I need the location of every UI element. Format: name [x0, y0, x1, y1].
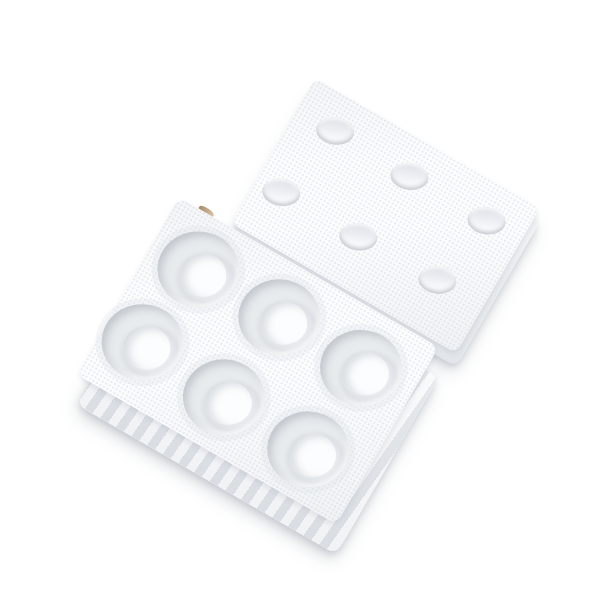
cavity-floor — [179, 253, 227, 298]
vent-hole — [466, 205, 507, 237]
vent-hole — [417, 264, 458, 296]
cavity-floor — [123, 326, 171, 371]
bottle-cavity — [100, 303, 185, 382]
vent-hole — [314, 115, 355, 147]
photo-stage — [0, 0, 615, 596]
vent-hole — [261, 176, 302, 208]
vent-hole — [338, 221, 379, 253]
bottle-cavity — [156, 230, 241, 309]
cavity-floor — [204, 381, 252, 426]
cavity-floor — [341, 351, 389, 396]
cavity-floor — [259, 301, 307, 346]
vent-hole — [389, 160, 430, 192]
bottle-cavity — [237, 278, 322, 357]
cavity-floor — [288, 433, 336, 478]
bottle-cavity — [182, 358, 267, 437]
bottle-cavity — [319, 328, 404, 407]
bottle-cavity — [266, 410, 351, 489]
